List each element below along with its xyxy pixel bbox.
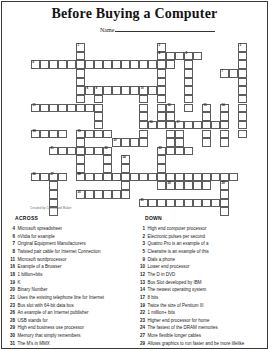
- grid-cell-r5c7[interactable]: 9: [94, 86, 103, 95]
- clue-row: 7Original Equipment Manufacturers: [6, 241, 133, 247]
- cell-number: 31: [140, 199, 143, 202]
- grid-cell-r12c16[interactable]: [175, 147, 184, 156]
- grid-cell-r15c5[interactable]: 28: [76, 173, 85, 182]
- grid-cell-r9c23[interactable]: [238, 121, 247, 130]
- grid-cell-r7c7[interactable]: [94, 104, 103, 113]
- grid-cell-r15c9[interactable]: [112, 173, 121, 182]
- clue-number: 11: [6, 257, 15, 263]
- grid-cell-r2c10[interactable]: [121, 60, 130, 69]
- grid-cell-r17c7[interactable]: [94, 190, 103, 199]
- grid-cell-r17c9[interactable]: [112, 190, 121, 199]
- grid-cell-r3c17[interactable]: [184, 69, 193, 78]
- grid-cell-r10c1[interactable]: [40, 130, 49, 139]
- clue-text: Allows graphics to run faster and be mor…: [145, 341, 262, 347]
- grid-cell-r11c5[interactable]: [76, 138, 85, 147]
- cell-number: 29: [221, 182, 224, 185]
- grid-cell-r10c21[interactable]: [220, 130, 229, 139]
- clue-number: 14: [136, 287, 145, 293]
- grid-cell-r11c10[interactable]: [121, 138, 130, 147]
- clue-row: 21Uses the existing telephone line for I…: [6, 295, 133, 301]
- clue-number: 27: [136, 333, 145, 339]
- grid-cell-r11c12[interactable]: [139, 138, 148, 147]
- clue-number: 2: [136, 234, 145, 240]
- grid-cell-r7c17[interactable]: [184, 104, 193, 113]
- grid-cell-r4c14[interactable]: [157, 78, 166, 87]
- grid-cell-r0c23[interactable]: 3: [238, 43, 247, 52]
- grid-cell-r8c14[interactable]: [157, 112, 166, 121]
- cell-number: 26: [32, 173, 35, 176]
- clue-number: 3: [136, 241, 145, 247]
- grid-cell-r18c12[interactable]: 31: [139, 199, 148, 208]
- grid-cell-r12c7[interactable]: [94, 147, 103, 156]
- grid-cell-r7c23[interactable]: [238, 104, 247, 113]
- crossword-grid: 1243567891011121314161718192820212223242…: [31, 43, 248, 216]
- clue-text: The fastest of the DRAM memories: [145, 325, 262, 331]
- grid-cell-r11c19[interactable]: [202, 138, 211, 147]
- grid-cell-r9c21[interactable]: [220, 121, 229, 130]
- clue-number: 26: [6, 310, 15, 316]
- grid-cell-r2c0[interactable]: 6: [31, 60, 40, 69]
- grid-cell-r15c2[interactable]: 27: [49, 173, 58, 182]
- name-blank-line[interactable]: [115, 25, 215, 32]
- clue-number: 22: [136, 310, 145, 316]
- grid-cell-r15c1[interactable]: [40, 173, 49, 182]
- cell-number: 8: [86, 87, 88, 90]
- clue-row: 11Microsoft wordprocessor: [6, 257, 133, 263]
- grid-cell-r18c17[interactable]: [184, 199, 193, 208]
- grid-cell-r3c22[interactable]: [229, 69, 238, 78]
- grid-cell-r3c23[interactable]: [238, 69, 247, 78]
- clue-row: 181 billion+bits: [6, 272, 133, 278]
- grid-cell-r18c19[interactable]: [202, 199, 211, 208]
- clue-text: Higher end processor for home: [145, 318, 262, 324]
- grid-cell-r9c18[interactable]: [193, 121, 202, 130]
- grid-cell-r15c19[interactable]: [202, 173, 211, 182]
- clue-text: Microsoft spreadsheet: [15, 226, 133, 232]
- grid-cell-r10c5[interactable]: 19: [76, 130, 85, 139]
- grid-cell-r18c15[interactable]: [166, 199, 175, 208]
- grid-cell-r11c15[interactable]: [166, 138, 175, 147]
- grid-cell-r5c11[interactable]: [130, 86, 139, 95]
- cell-number: 5: [185, 52, 187, 55]
- grid-cell-r1c23[interactable]: [238, 52, 247, 61]
- clue-text: Quattro Pro is an example of a: [145, 241, 262, 247]
- clue-text: K: [15, 280, 133, 286]
- grid-cell-r12c8[interactable]: 22: [103, 147, 112, 156]
- clue-row: 26An example of an Internet publisher: [6, 310, 133, 316]
- clue-row: 31The M's in MMX: [6, 341, 133, 347]
- grid-cell-r9c12[interactable]: [139, 121, 148, 130]
- clue-number: 30: [6, 333, 15, 339]
- clue-text: High end computer processor: [145, 226, 262, 232]
- down-clue-list: 1High end computer processor2Electronic …: [136, 226, 262, 347]
- grid-cell-r8c23[interactable]: [238, 112, 247, 121]
- grid-cell-r12c17[interactable]: [184, 147, 193, 156]
- grid-cell-r1c17[interactable]: 5: [184, 52, 193, 61]
- clue-number: 10: [136, 264, 145, 270]
- clue-text: 1 billion+bits: [15, 272, 133, 278]
- grid-cell-r4c17[interactable]: [184, 78, 193, 87]
- grid-cell-r7c2[interactable]: [49, 104, 58, 113]
- grid-cell-r17c6[interactable]: [85, 190, 94, 199]
- clue-row: 29High end business use processor: [6, 325, 133, 331]
- clue-number: 31: [6, 341, 15, 347]
- grid-cell-r11c21[interactable]: [220, 138, 229, 147]
- grid-cell-r5c12[interactable]: 10: [139, 86, 148, 95]
- clue-number: 19: [136, 303, 145, 309]
- clue-text: The M's in MMX: [15, 341, 133, 347]
- clue-text: 1 million+ bits: [145, 310, 262, 316]
- grid-cell-r5c17[interactable]: [184, 86, 193, 95]
- grid-cell-r5c23[interactable]: [238, 86, 247, 95]
- clue-number: 24: [136, 325, 145, 331]
- clue-number: 18: [6, 272, 15, 278]
- clue-row: 13Bus Slot developed by IBM: [136, 280, 262, 286]
- clue-text: USB stands for: [15, 318, 133, 324]
- clue-row: 28USB stands for: [6, 318, 133, 324]
- clue-text: Bus slot with 64-bit data bus: [15, 303, 133, 309]
- grid-cell-r2c13[interactable]: [148, 60, 157, 69]
- grid-cell-r2c8[interactable]: [103, 60, 112, 69]
- grid-cell-r17c10[interactable]: [121, 190, 130, 199]
- grid-cell-r12c15[interactable]: [166, 147, 175, 156]
- clue-row: 4Microsoft spreadsheet: [6, 226, 133, 232]
- grid-cell-r12c4[interactable]: [67, 147, 76, 156]
- grid-cell-r7c19[interactable]: 13: [202, 104, 211, 113]
- grid-cell-r12c6[interactable]: [85, 147, 94, 156]
- clue-number: 9: [136, 257, 145, 263]
- grid-cell-r13c14[interactable]: [157, 155, 166, 164]
- clue-row: 19Twice the size of Pentium III: [136, 303, 262, 309]
- cell-number: 13: [203, 104, 206, 107]
- grid-cell-r14c14[interactable]: [157, 164, 166, 173]
- grid-cell-r5c10[interactable]: [121, 86, 130, 95]
- grid-cell-r15c0[interactable]: 26: [31, 173, 40, 182]
- grid-cell-r5c14[interactable]: [157, 86, 166, 95]
- clue-row: 12The D in DVD: [136, 272, 262, 278]
- clue-text: Twisted pair cable for Internet Connecti…: [15, 249, 133, 255]
- grid-cell-r18c16[interactable]: [175, 199, 184, 208]
- clue-number: 8: [6, 249, 15, 255]
- cell-number: 20: [113, 139, 116, 142]
- grid-cell-r15c14[interactable]: [157, 173, 166, 182]
- clue-number: 23: [136, 318, 145, 324]
- grid-cell-r12c14[interactable]: 23: [157, 147, 166, 156]
- grid-cell-r2c3[interactable]: [58, 60, 67, 69]
- grid-cell-r5c13[interactable]: [148, 86, 157, 95]
- grid-cell-r15c22[interactable]: [229, 173, 238, 182]
- grid-cell-r10c7[interactable]: [94, 130, 103, 139]
- grid-cell-r10c6[interactable]: [85, 130, 94, 139]
- clue-number: 12: [136, 272, 145, 278]
- grid-cell-r18c20[interactable]: [211, 199, 220, 208]
- grid-cell-r3c14[interactable]: [157, 69, 166, 78]
- grid-cell-r5c8[interactable]: [103, 86, 112, 95]
- grid-cell-r15c3[interactable]: [58, 173, 67, 182]
- grid-cell-r17c5[interactable]: 30: [76, 190, 85, 199]
- grid-cell-r8c12[interactable]: [139, 112, 148, 121]
- clue-number: 13: [136, 280, 145, 286]
- grid-cell-r15c8[interactable]: [103, 173, 112, 182]
- grid-cell-r7c4[interactable]: [67, 104, 76, 113]
- grid-cell-r16c17[interactable]: [184, 181, 193, 190]
- grid-cell-r16c14[interactable]: [157, 181, 166, 190]
- cell-number: 30: [77, 191, 80, 194]
- grid-cell-r8c7[interactable]: [94, 112, 103, 121]
- grid-cell-r1c15[interactable]: [166, 52, 175, 61]
- grid-cell-r3c21[interactable]: 7: [220, 69, 229, 78]
- clue-number: 5: [136, 249, 145, 255]
- grid-cell-r16c16[interactable]: [175, 181, 184, 190]
- clue-number: 29: [6, 325, 15, 331]
- grid-cell-r6c12[interactable]: [139, 95, 148, 104]
- cell-number: 10: [140, 87, 143, 90]
- clue-number: 16: [6, 264, 15, 270]
- grid-cell-r15c7[interactable]: [94, 173, 103, 182]
- grid-cell-r15c13[interactable]: [148, 173, 157, 182]
- grid-cell-r2c6[interactable]: [85, 60, 94, 69]
- grid-cell-r15c6[interactable]: [85, 173, 94, 182]
- clue-row: 2Electronic pulses per second: [136, 234, 262, 240]
- clue-text: Lower end processor: [145, 264, 262, 270]
- clue-number: 1: [136, 226, 145, 232]
- clue-number: 20: [6, 287, 15, 293]
- grid-cell-r15c18[interactable]: [193, 173, 202, 182]
- grid-cell-r6c7[interactable]: [94, 95, 103, 104]
- grid-cell-r9c15[interactable]: [166, 121, 175, 130]
- grid-cell-r2c5[interactable]: [76, 60, 85, 69]
- grid-cell-r7c12[interactable]: [139, 104, 148, 113]
- grid-cell-r7c3[interactable]: [58, 104, 67, 113]
- grid-cell-r9c19[interactable]: [202, 121, 211, 130]
- clue-number: 19: [6, 280, 15, 286]
- grid-cell-r13c5[interactable]: [76, 155, 85, 164]
- grid-cell-r6c23[interactable]: [238, 95, 247, 104]
- grid-cell-r12c2[interactable]: 21: [49, 147, 58, 156]
- grid-cell-r15c20[interactable]: [211, 173, 220, 182]
- grid-cell-r6c17[interactable]: [184, 95, 193, 104]
- clue-text: Original Equipment Manufacturers: [15, 241, 133, 247]
- grid-cell-r7c1[interactable]: [40, 104, 49, 113]
- grid-cell-r14c10[interactable]: [121, 164, 130, 173]
- grid-cell-r15c11[interactable]: [130, 173, 139, 182]
- grid-cell-r2c4[interactable]: [67, 60, 76, 69]
- grid-cell-r10c19[interactable]: [202, 130, 211, 139]
- grid-cell-r15c12[interactable]: [139, 173, 148, 182]
- clue-row: 23Higher end processor for home: [136, 318, 262, 324]
- cell-number: 27: [50, 173, 53, 176]
- across-clues-column: ACROSS 4Microsoft spreadsheet6nVidia for…: [6, 215, 133, 348]
- grid-cell-r2c15[interactable]: [166, 60, 175, 69]
- grid-cell-r9c20[interactable]: [211, 121, 220, 130]
- grid-cell-r10c23[interactable]: [238, 130, 247, 139]
- grid-cell-r16c19[interactable]: [202, 181, 211, 190]
- cell-number: 23: [158, 147, 161, 150]
- name-label: Name: [100, 27, 114, 33]
- grid-cell-r4c5[interactable]: [76, 78, 85, 87]
- grid-cell-r16c21[interactable]: 29: [220, 181, 229, 190]
- grid-cell-r10c12[interactable]: [139, 130, 148, 139]
- grid-cell-r2c11[interactable]: [130, 60, 139, 69]
- clue-text: Electronic pulses per second: [145, 234, 262, 240]
- grid-cell-r14c8[interactable]: [103, 164, 112, 173]
- clue-text: Bus Slot developed by IBM: [145, 280, 262, 286]
- grid-cell-r4c23[interactable]: [238, 78, 247, 87]
- clue-number: 29: [136, 341, 145, 347]
- grid-cell-r8c21[interactable]: [220, 112, 229, 121]
- cell-number: 21: [50, 147, 53, 150]
- clue-number: 7: [6, 241, 15, 247]
- clue-text: An example of an Internet publisher: [15, 310, 133, 316]
- grid-cell-r2c17[interactable]: [184, 60, 193, 69]
- puzzle-title: Before Buying a Computer: [0, 6, 269, 22]
- grid-cell-r17c8[interactable]: [103, 190, 112, 199]
- grid-cell-r2c7[interactable]: [94, 60, 103, 69]
- cell-number: 2: [158, 44, 160, 47]
- grid-cell-r11c11[interactable]: [130, 138, 139, 147]
- clue-row: 27More flexible longer cables: [136, 333, 262, 339]
- clue-row: 3Quattro Pro is an example of a: [136, 241, 262, 247]
- grid-cell-r7c14[interactable]: [157, 104, 166, 113]
- clue-number: 17: [136, 295, 145, 301]
- grid-cell-r16c10[interactable]: [121, 181, 130, 190]
- clue-number: 21: [6, 295, 15, 301]
- across-clue-list: 4Microsoft spreadsheet6nVidia for exampl…: [6, 226, 133, 347]
- grid-cell-r17c21[interactable]: [220, 190, 229, 199]
- clue-text: Microsoft wordprocessor: [15, 257, 133, 263]
- grid-cell-r2c14[interactable]: [157, 60, 166, 69]
- clue-row: 5Clearwire is an example of this: [136, 249, 262, 255]
- grid-cell-r10c2[interactable]: [49, 130, 58, 139]
- grid-cell-r8c15[interactable]: [166, 112, 175, 121]
- grid-cell-r15c10[interactable]: [121, 173, 130, 182]
- cell-number: 9: [95, 87, 97, 90]
- grid-cell-r13c10[interactable]: 24: [121, 155, 130, 164]
- cell-number: 14: [221, 104, 224, 107]
- grid-cell-r16c2[interactable]: [49, 181, 58, 190]
- cell-number: 28: [77, 173, 80, 176]
- grid-cell-r6c5[interactable]: [76, 95, 85, 104]
- grid-cell-r2c12[interactable]: [139, 60, 148, 69]
- grid-cell-r10c0[interactable]: 18: [31, 130, 40, 139]
- grid-cell-r2c1[interactable]: [40, 60, 49, 69]
- grid-cell-r1c14[interactable]: 4: [157, 52, 166, 61]
- grid-cell-r2c2[interactable]: [49, 60, 58, 69]
- clue-row: 30Memory that simply remembers: [6, 333, 133, 339]
- grid-cell-r18c13[interactable]: [148, 199, 157, 208]
- grid-cell-r18c21[interactable]: [220, 199, 229, 208]
- grid-cell-r10c8[interactable]: [103, 130, 112, 139]
- grid-cell-r7c15[interactable]: 12: [166, 104, 175, 113]
- clue-text: Clearwire is an example of this: [145, 249, 262, 255]
- grid-cell-r9c16[interactable]: 17: [175, 121, 184, 130]
- grid-cell-r11c9[interactable]: 20: [112, 138, 121, 147]
- grid-cell-r7c21[interactable]: 14: [220, 104, 229, 113]
- grid-cell-r3c5[interactable]: [76, 69, 85, 78]
- grid-cell-r10c16[interactable]: [175, 130, 184, 139]
- grid-cell-r5c5[interactable]: [76, 86, 85, 95]
- credit-text: Created by Crossword Maker: [30, 206, 72, 210]
- cell-number: 4: [158, 52, 160, 55]
- clue-row: 20Binary Number: [6, 287, 133, 293]
- grid-cell-r6c14[interactable]: [157, 95, 166, 104]
- name-row: Name: [100, 25, 215, 33]
- grid-cell-r9c13[interactable]: 16: [148, 121, 157, 130]
- clue-text: Binary Number: [15, 287, 133, 293]
- cell-number: 6: [32, 61, 34, 64]
- grid-cell-r9c17[interactable]: [184, 121, 193, 130]
- grid-cell-r12c3[interactable]: [58, 147, 67, 156]
- grid-cell-r17c2[interactable]: [49, 190, 58, 199]
- across-header: ACROSS: [15, 215, 133, 221]
- grid-cell-r10c3[interactable]: [58, 130, 67, 139]
- grid-cell-r15c16[interactable]: [175, 173, 184, 182]
- grid-cell-r8c19[interactable]: [202, 112, 211, 121]
- grid-cell-r2c23[interactable]: [238, 60, 247, 69]
- clue-row: 23Bus slot with 64-bit data bus: [6, 303, 133, 309]
- clue-row: 29Allows graphics to run faster and be m…: [136, 341, 262, 347]
- clue-text: The D in DVD: [145, 272, 262, 278]
- grid-cell-r7c5[interactable]: [76, 104, 85, 113]
- grid-cell-r18c14[interactable]: [157, 199, 166, 208]
- clue-number: 6: [6, 234, 15, 240]
- cell-number: 24: [122, 156, 125, 159]
- grid-cell-r15c17[interactable]: [184, 173, 193, 182]
- grid-cell-r1c16[interactable]: [175, 52, 184, 61]
- clue-row: 10Lower end processor: [136, 264, 262, 270]
- grid-cell-r2c9[interactable]: [112, 60, 121, 69]
- grid-cell-r18c18[interactable]: [193, 199, 202, 208]
- grid-cell-r13c8[interactable]: [103, 155, 112, 164]
- clue-row: 24The fastest of the DRAM memories: [136, 325, 262, 331]
- grid-cell-r11c16[interactable]: [175, 138, 184, 147]
- grid-cell-r5c9[interactable]: [112, 86, 121, 95]
- clue-text: The newest operating system: [145, 287, 262, 293]
- grid-cell-r10c15[interactable]: [166, 130, 175, 139]
- clue-text: Twice the size of Pentium III: [145, 303, 262, 309]
- cell-number: 3: [239, 44, 241, 47]
- clue-text: High end business use processor: [15, 325, 133, 331]
- clue-text: Example of a Browser: [15, 264, 133, 270]
- clue-text: Dials a phone: [145, 257, 262, 263]
- down-header: DOWN: [145, 215, 262, 221]
- grid-cell-r9c7[interactable]: [94, 121, 103, 130]
- grid-cell-r0c5[interactable]: 1: [76, 43, 85, 52]
- grid-cell-r12c5[interactable]: [76, 147, 85, 156]
- clue-row: 19K: [6, 280, 133, 286]
- clue-text: 8 bits: [145, 295, 262, 301]
- grid-cell-r16c18[interactable]: [193, 181, 202, 190]
- cell-number: 7: [221, 70, 223, 73]
- grid-cell-r1c5[interactable]: [76, 52, 85, 61]
- cell-number: 29: [167, 182, 170, 185]
- grid-cell-r5c6[interactable]: 8: [85, 86, 94, 95]
- clue-row: 16Example of a Browser: [6, 264, 133, 270]
- cell-number: 18: [32, 130, 35, 133]
- clue-row: 9Dials a phone: [136, 257, 262, 263]
- clue-text: nVidia for example: [15, 234, 133, 240]
- grid-cell-r1c18[interactable]: [193, 52, 202, 61]
- clue-row: 6nVidia for example: [6, 234, 133, 240]
- grid-cell-r7c0[interactable]: 11: [31, 104, 40, 113]
- clue-row: 8Twisted pair cable for Internet Connect…: [6, 249, 133, 255]
- grid-cell-r7c6[interactable]: [85, 104, 94, 113]
- cell-number: 22: [104, 147, 107, 150]
- grid-cell-r9c14[interactable]: [157, 121, 166, 130]
- clue-number: 4: [6, 226, 15, 232]
- grid-cell-r16c15[interactable]: 29: [166, 181, 175, 190]
- clue-row: 14The newest operating system: [136, 287, 262, 293]
